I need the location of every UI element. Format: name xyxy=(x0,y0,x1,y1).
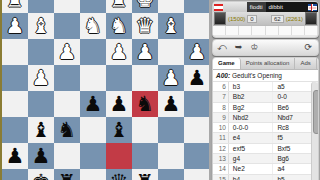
undo-arrow-icon[interactable]: ⤺ xyxy=(217,41,227,54)
white-piece-p[interactable]: ♟ xyxy=(132,39,158,65)
white-piece-p[interactable]: ♟ xyxy=(158,65,184,91)
eco-code: A00: xyxy=(216,72,230,79)
black-piece-p[interactable]: ♟ xyxy=(158,91,184,117)
square[interactable] xyxy=(106,143,132,169)
side-panel: fiodti dibbit (1500) 0 62 (2261) xyxy=(209,0,320,180)
square[interactable] xyxy=(80,39,106,65)
white-piece-p[interactable]: ♟ xyxy=(54,39,80,65)
player-name-row: fiodti dibbit xyxy=(213,2,318,12)
square[interactable] xyxy=(80,65,106,91)
square[interactable] xyxy=(54,65,80,91)
white-player-avatar xyxy=(214,12,226,25)
chess-board[interactable]: ♜♜♚♟♝♞♞♛♝♟♟♟♟♟♟♟♟♟♞♟♝♞♝♟♟♚♜♛♜ xyxy=(0,0,211,180)
move-number: 11 xyxy=(213,133,229,142)
move-row: 100-0-0Rc8 xyxy=(213,123,318,133)
move-number: 15 xyxy=(213,175,229,180)
white-piece-k[interactable]: ♚ xyxy=(132,0,158,13)
move-list-scrollbar[interactable] xyxy=(311,82,318,180)
white-move[interactable]: b3 xyxy=(229,82,274,91)
forward-arrow-icon[interactable]: ➥ xyxy=(235,41,243,54)
opening-name: A00: Gedult's Opening xyxy=(213,70,318,82)
square[interactable] xyxy=(2,91,28,117)
square[interactable] xyxy=(158,0,184,13)
black-piece-b[interactable]: ♝ xyxy=(28,117,54,143)
app-window: ♜♜♚♟♝♞♞♛♝♟♟♟♟♟♟♟♟♟♞♟♝♞♝♟♟♚♜♛♜ fiodti dib… xyxy=(0,0,320,180)
white-piece-p[interactable]: ♟ xyxy=(28,65,54,91)
square[interactable] xyxy=(106,65,132,91)
move-number: 9 xyxy=(213,113,229,122)
square[interactable] xyxy=(2,169,28,180)
square[interactable] xyxy=(80,169,106,180)
black-piece-p[interactable]: ♟ xyxy=(80,91,106,117)
square[interactable] xyxy=(28,0,54,13)
game-panel-card: Game Points allocation Ads A00: Gedult's… xyxy=(212,57,319,180)
black-player-avatar xyxy=(305,12,317,25)
move-row: 11e4f5 xyxy=(213,133,318,143)
black-player-rating: (2261) xyxy=(286,16,303,22)
square[interactable] xyxy=(158,117,184,143)
square[interactable] xyxy=(158,39,184,65)
move-number: 12 xyxy=(213,144,229,153)
black-piece-p[interactable]: ♟ xyxy=(184,65,210,91)
white-piece-r[interactable]: ♜ xyxy=(106,0,132,13)
tab-points-allocation[interactable]: Points allocation xyxy=(241,58,296,69)
square[interactable] xyxy=(54,143,80,169)
black-piece-q[interactable]: ♛ xyxy=(106,169,132,180)
square[interactable] xyxy=(132,65,158,91)
black-player-clock: 62 xyxy=(271,15,284,23)
move-number: 8 xyxy=(213,103,229,112)
black-player-name: dibbit xyxy=(266,2,286,12)
move-row: 14Ne2a4 xyxy=(213,164,318,174)
white-move[interactable]: Bb2 xyxy=(229,92,274,101)
move-row: 13g4Bg6 xyxy=(213,154,318,164)
square[interactable] xyxy=(158,143,184,169)
white-piece-n[interactable]: ♞ xyxy=(80,13,106,39)
black-piece-n[interactable]: ♞ xyxy=(54,117,80,143)
black-piece-b[interactable]: ♝ xyxy=(106,117,132,143)
move-number: 7 xyxy=(213,92,229,101)
move-row: 15b4b5 xyxy=(213,175,318,180)
white-player-half: fiodti xyxy=(213,2,266,12)
king-piece-icon[interactable]: ♔ xyxy=(250,41,258,54)
white-player-clock: 0 xyxy=(247,15,256,23)
white-move[interactable]: exf5 xyxy=(229,144,274,153)
refresh-icon[interactable]: ⟳ xyxy=(304,41,312,54)
move-row: 7Bb20-0 xyxy=(213,92,318,102)
players-card: fiodti dibbit (1500) 0 62 (2261) xyxy=(212,1,319,38)
move-row: 12exf5Bxf5 xyxy=(213,144,318,154)
square[interactable] xyxy=(184,169,210,180)
move-number: 6 xyxy=(213,82,229,91)
iceland-flag xyxy=(308,4,317,11)
white-move[interactable]: Ne2 xyxy=(229,164,274,173)
white-player-rating: (1500) xyxy=(228,16,245,22)
austria-flag xyxy=(214,4,223,11)
white-move[interactable]: g4 xyxy=(229,154,274,163)
square[interactable] xyxy=(28,91,54,117)
move-number: 10 xyxy=(213,123,229,132)
white-piece-b[interactable]: ♝ xyxy=(28,13,54,39)
square[interactable] xyxy=(2,117,28,143)
square[interactable] xyxy=(184,143,210,169)
black-piece-r[interactable]: ♜ xyxy=(54,169,80,180)
move-number: 13 xyxy=(213,154,229,163)
white-piece-q[interactable]: ♛ xyxy=(132,13,158,39)
black-piece-n[interactable]: ♞ xyxy=(132,91,158,117)
square[interactable] xyxy=(158,169,184,180)
move-row: 8Bg2Be6 xyxy=(213,103,318,113)
white-piece-p[interactable]: ♟ xyxy=(2,13,28,39)
white-move[interactable]: Nbd2 xyxy=(229,113,274,122)
board-grid[interactable]: ♜♜♚♟♝♞♞♛♝♟♟♟♟♟♟♟♟♟♞♟♝♞♝♟♟♚♜♛♜ xyxy=(2,0,210,180)
square[interactable] xyxy=(2,39,28,65)
white-player-name: fiodti xyxy=(247,2,266,12)
tab-game[interactable]: Game xyxy=(213,58,241,69)
black-piece-r[interactable]: ♜ xyxy=(132,169,158,180)
move-list[interactable]: 6b3a57Bb20-08Bg2Be69Nbd2Nbd7100-0-0Rc811… xyxy=(213,82,318,180)
black-piece-k[interactable]: ♚ xyxy=(28,169,54,180)
tab-bar: Game Points allocation Ads xyxy=(213,58,318,70)
white-move[interactable]: 0-0-0 xyxy=(229,123,274,132)
white-move[interactable]: b4 xyxy=(229,175,274,180)
white-piece-r[interactable]: ♜ xyxy=(2,0,28,13)
toolbar: ⤺ ➥ ♔ ⟳ xyxy=(212,39,319,56)
square[interactable] xyxy=(132,117,158,143)
black-piece-p[interactable]: ♟ xyxy=(106,91,132,117)
tab-ads[interactable]: Ads xyxy=(295,58,316,69)
white-move[interactable]: e4 xyxy=(229,133,274,142)
black-piece-p[interactable]: ♟ xyxy=(28,143,54,169)
move-number: 14 xyxy=(213,164,229,173)
square[interactable] xyxy=(184,117,210,143)
player-info-row: (1500) 0 62 (2261) xyxy=(213,12,318,25)
square[interactable] xyxy=(184,91,210,117)
opening-title: Gedult's Opening xyxy=(230,72,282,79)
square[interactable] xyxy=(54,91,80,117)
square[interactable] xyxy=(80,0,106,13)
move-row: 6b3a5 xyxy=(213,82,318,92)
white-piece-p[interactable]: ♟ xyxy=(106,39,132,65)
black-player-half: dibbit xyxy=(266,2,319,12)
captured-pieces-tray xyxy=(213,25,318,35)
white-piece-n[interactable]: ♞ xyxy=(106,13,132,39)
move-row: 9Nbd2Nbd7 xyxy=(213,113,318,123)
square[interactable] xyxy=(184,13,210,39)
square[interactable] xyxy=(54,13,80,39)
square[interactable] xyxy=(28,39,54,65)
square[interactable] xyxy=(132,143,158,169)
black-piece-p[interactable]: ♟ xyxy=(2,143,28,169)
square[interactable] xyxy=(2,65,28,91)
square[interactable] xyxy=(80,117,106,143)
white-piece-b[interactable]: ♝ xyxy=(158,13,184,39)
square[interactable] xyxy=(184,0,210,13)
square[interactable] xyxy=(54,0,80,13)
white-move[interactable]: Bg2 xyxy=(229,103,274,112)
white-piece-p[interactable]: ♟ xyxy=(184,39,210,65)
scrollbar-thumb[interactable] xyxy=(313,90,320,134)
square[interactable] xyxy=(80,143,106,169)
